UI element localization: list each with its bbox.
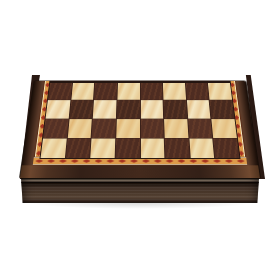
board-square	[91, 138, 116, 158]
board-square	[212, 119, 237, 138]
board-square	[69, 100, 93, 118]
inlay-diamond	[83, 159, 91, 163]
inlay-diamond	[177, 159, 185, 163]
board-square	[43, 119, 68, 138]
board-square	[66, 138, 91, 158]
board-square	[140, 83, 162, 100]
board-square	[187, 100, 211, 118]
board-square	[41, 138, 67, 158]
inlay-diamond	[232, 98, 237, 103]
board-square	[163, 83, 186, 100]
board-square	[164, 119, 188, 138]
board-square	[46, 100, 71, 118]
inlay-diamond	[236, 132, 241, 137]
inlay-diamond	[231, 90, 236, 95]
inlay-diamond	[213, 159, 221, 163]
board-square	[92, 119, 116, 138]
inlay-diamond	[239, 151, 245, 157]
inlay-diamond	[230, 83, 235, 88]
inlay-diamond	[35, 159, 43, 163]
inlay-diamond	[71, 159, 79, 163]
board-square	[165, 138, 190, 158]
board-top-face	[20, 81, 260, 178]
board-square	[210, 100, 235, 118]
board-square	[140, 100, 163, 118]
product-photo	[0, 0, 280, 280]
inlay-diamond	[118, 159, 126, 163]
inlay-diamond	[47, 159, 55, 163]
board-square	[186, 83, 209, 100]
inlay-diamond	[94, 159, 102, 163]
board-square	[116, 119, 139, 138]
board-square	[93, 100, 116, 118]
inlay-diamond	[234, 115, 239, 120]
inlay-diamond	[201, 159, 209, 163]
inlay-diamond	[166, 159, 174, 163]
board-square	[140, 138, 164, 158]
inlay-diamond	[59, 159, 67, 163]
inlay-diamond	[233, 107, 238, 112]
board-square	[48, 83, 72, 100]
chessboard-squares	[41, 81, 240, 158]
inlay-diamond	[189, 159, 197, 163]
board-square	[208, 83, 232, 100]
board-square	[140, 119, 163, 138]
inlay-diamond	[235, 124, 240, 129]
board-square	[67, 119, 92, 138]
inlay-diamond	[237, 141, 243, 147]
inlay-diamond	[142, 159, 150, 163]
board-square	[117, 100, 140, 118]
board-square	[117, 83, 139, 100]
box-front-face	[21, 178, 259, 203]
board-square	[214, 138, 240, 158]
inlay-diamond	[225, 159, 233, 163]
fold-seam	[21, 182, 259, 183]
board-square	[94, 83, 117, 100]
walnut-frame	[20, 165, 260, 178]
board-square	[188, 119, 213, 138]
board-square	[71, 83, 94, 100]
inlay-diamond	[237, 159, 245, 163]
board-square	[189, 138, 214, 158]
inlay-diamond	[130, 159, 138, 163]
board-square	[164, 100, 187, 118]
board-square	[115, 138, 139, 158]
inlay-diamond	[154, 159, 162, 163]
inlay-diamond	[106, 159, 114, 163]
